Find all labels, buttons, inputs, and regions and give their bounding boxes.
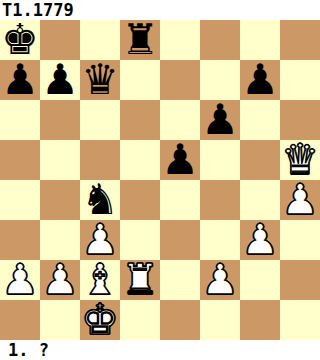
square-h3[interactable] <box>280 220 320 260</box>
square-f4[interactable] <box>200 180 240 220</box>
square-b7[interactable]: ♟ <box>40 60 80 100</box>
square-e1[interactable] <box>160 300 200 340</box>
square-c7[interactable]: ♛ <box>80 60 120 100</box>
square-g6[interactable] <box>240 100 280 140</box>
square-c6[interactable] <box>80 100 120 140</box>
square-g8[interactable] <box>240 20 280 60</box>
white-pawn-icon: ♟ <box>281 180 319 220</box>
square-f8[interactable] <box>200 20 240 60</box>
square-h7[interactable] <box>280 60 320 100</box>
square-a1[interactable] <box>0 300 40 340</box>
square-a3[interactable] <box>0 220 40 260</box>
square-e2[interactable] <box>160 260 200 300</box>
square-b4[interactable] <box>40 180 80 220</box>
square-g7[interactable]: ♟ <box>240 60 280 100</box>
square-d1[interactable] <box>120 300 160 340</box>
square-f3[interactable] <box>200 220 240 260</box>
chess-board: ♚♜♟♟♛♟♟♟♛♞♟♟♟♟♟♝♜♟♚ <box>0 20 320 340</box>
square-d8[interactable]: ♜ <box>120 20 160 60</box>
square-b6[interactable] <box>40 100 80 140</box>
square-f1[interactable] <box>200 300 240 340</box>
square-a2[interactable]: ♟ <box>0 260 40 300</box>
square-a6[interactable] <box>0 100 40 140</box>
square-f2[interactable]: ♟ <box>200 260 240 300</box>
black-pawn-icon: ♟ <box>241 60 279 100</box>
white-pawn-icon: ♟ <box>41 260 79 300</box>
square-f5[interactable] <box>200 140 240 180</box>
black-king-icon: ♚ <box>1 20 39 60</box>
black-pawn-icon: ♟ <box>201 100 239 140</box>
white-king-icon: ♚ <box>81 300 119 340</box>
square-g5[interactable] <box>240 140 280 180</box>
square-g3[interactable]: ♟ <box>240 220 280 260</box>
square-h5[interactable]: ♛ <box>280 140 320 180</box>
puzzle-id: T1.1779 <box>0 0 320 20</box>
square-d6[interactable] <box>120 100 160 140</box>
square-c8[interactable] <box>80 20 120 60</box>
square-c3[interactable]: ♟ <box>80 220 120 260</box>
square-b5[interactable] <box>40 140 80 180</box>
square-a5[interactable] <box>0 140 40 180</box>
square-b3[interactable] <box>40 220 80 260</box>
square-c4[interactable]: ♞ <box>80 180 120 220</box>
square-a4[interactable] <box>0 180 40 220</box>
square-c5[interactable] <box>80 140 120 180</box>
square-e3[interactable] <box>160 220 200 260</box>
square-d5[interactable] <box>120 140 160 180</box>
square-h4[interactable]: ♟ <box>280 180 320 220</box>
square-c1[interactable]: ♚ <box>80 300 120 340</box>
square-g2[interactable] <box>240 260 280 300</box>
square-e4[interactable] <box>160 180 200 220</box>
square-h8[interactable] <box>280 20 320 60</box>
square-e7[interactable] <box>160 60 200 100</box>
square-c2[interactable]: ♝ <box>80 260 120 300</box>
square-a7[interactable]: ♟ <box>0 60 40 100</box>
square-g1[interactable] <box>240 300 280 340</box>
black-pawn-icon: ♟ <box>161 140 199 180</box>
white-pawn-icon: ♟ <box>201 260 239 300</box>
square-e8[interactable] <box>160 20 200 60</box>
square-b2[interactable]: ♟ <box>40 260 80 300</box>
square-b8[interactable] <box>40 20 80 60</box>
white-queen-icon: ♛ <box>281 140 319 180</box>
square-e5[interactable]: ♟ <box>160 140 200 180</box>
move-prompt: 1. ? <box>0 340 320 360</box>
white-rook-icon: ♜ <box>121 260 159 300</box>
white-pawn-icon: ♟ <box>241 220 279 260</box>
square-d3[interactable] <box>120 220 160 260</box>
square-g4[interactable] <box>240 180 280 220</box>
square-h1[interactable] <box>280 300 320 340</box>
square-e6[interactable] <box>160 100 200 140</box>
white-pawn-icon: ♟ <box>81 220 119 260</box>
square-f6[interactable]: ♟ <box>200 100 240 140</box>
black-queen-icon: ♛ <box>81 60 119 100</box>
square-d7[interactable] <box>120 60 160 100</box>
square-f7[interactable] <box>200 60 240 100</box>
square-d4[interactable] <box>120 180 160 220</box>
black-pawn-icon: ♟ <box>1 60 39 100</box>
square-a8[interactable]: ♚ <box>0 20 40 60</box>
white-bishop-icon: ♝ <box>81 260 119 300</box>
black-rook-icon: ♜ <box>121 20 159 60</box>
square-h2[interactable] <box>280 260 320 300</box>
square-h6[interactable] <box>280 100 320 140</box>
square-b1[interactable] <box>40 300 80 340</box>
black-knight-icon: ♞ <box>81 180 119 220</box>
black-pawn-icon: ♟ <box>41 60 79 100</box>
white-pawn-icon: ♟ <box>1 260 39 300</box>
square-d2[interactable]: ♜ <box>120 260 160 300</box>
